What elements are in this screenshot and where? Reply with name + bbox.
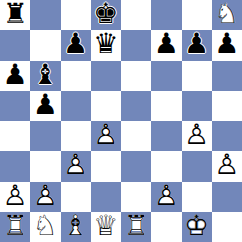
square-e7[interactable] — [121, 30, 151, 60]
square-g7[interactable]: ♟ — [182, 30, 212, 60]
piece-glyph: ♛ — [91, 30, 121, 58]
square-f6[interactable] — [151, 61, 181, 91]
piece-glyph-outline: ♙ — [61, 151, 91, 179]
square-d7[interactable]: ♛ — [91, 30, 121, 60]
square-a5[interactable] — [0, 91, 30, 121]
piece-black-king: ♚ — [91, 0, 121, 30]
square-g6[interactable] — [182, 61, 212, 91]
square-c3[interactable]: ♟♙ — [61, 151, 91, 181]
square-f3[interactable] — [151, 151, 181, 181]
square-g2[interactable] — [182, 182, 212, 212]
piece-glyph: ♜ — [0, 0, 30, 28]
piece-glyph: ♚ — [91, 0, 121, 28]
square-f4[interactable] — [151, 121, 181, 151]
square-a8[interactable]: ♜ — [0, 0, 30, 30]
piece-white-rook: ♜♖ — [0, 212, 30, 242]
piece-black-pawn: ♟ — [61, 30, 91, 60]
piece-glyph-outline: ♘ — [212, 0, 242, 28]
piece-glyph-outline: ♙ — [0, 182, 30, 210]
square-c7[interactable]: ♟ — [61, 30, 91, 60]
square-c4[interactable] — [61, 121, 91, 151]
square-h1[interactable] — [212, 212, 242, 242]
piece-glyph-outline: ♖ — [0, 212, 30, 240]
square-b5[interactable]: ♟ — [30, 91, 60, 121]
piece-glyph: ♟ — [151, 30, 181, 58]
square-a4[interactable] — [0, 121, 30, 151]
piece-glyph-outline: ♙ — [151, 182, 181, 210]
piece-glyph-outline: ♔ — [182, 212, 212, 240]
piece-glyph-outline: ♖ — [121, 212, 151, 240]
piece-white-knight: ♞♘ — [212, 0, 242, 30]
square-h7[interactable]: ♟ — [212, 30, 242, 60]
square-d2[interactable] — [91, 182, 121, 212]
square-f8[interactable] — [151, 0, 181, 30]
square-e1[interactable]: ♜♖ — [121, 212, 151, 242]
square-a1[interactable]: ♜♖ — [0, 212, 30, 242]
piece-black-pawn: ♟ — [182, 30, 212, 60]
square-d3[interactable] — [91, 151, 121, 181]
piece-black-pawn: ♟ — [151, 30, 181, 60]
piece-black-pawn: ♟ — [212, 30, 242, 60]
square-d4[interactable]: ♟♙ — [91, 121, 121, 151]
square-d1[interactable]: ♛♕ — [91, 212, 121, 242]
piece-white-queen: ♛♕ — [91, 212, 121, 242]
piece-glyph: ♟ — [0, 61, 30, 89]
piece-white-rook: ♜♖ — [121, 212, 151, 242]
piece-glyph-outline: ♙ — [212, 151, 242, 179]
square-a2[interactable]: ♟♙ — [0, 182, 30, 212]
square-h3[interactable]: ♟♙ — [212, 151, 242, 181]
square-b4[interactable] — [30, 121, 60, 151]
square-h5[interactable] — [212, 91, 242, 121]
square-g1[interactable]: ♚♔ — [182, 212, 212, 242]
piece-white-pawn: ♟♙ — [212, 151, 242, 181]
square-h6[interactable] — [212, 61, 242, 91]
piece-white-knight: ♞♘ — [30, 212, 60, 242]
square-c1[interactable]: ♝♗ — [61, 212, 91, 242]
piece-black-pawn: ♟ — [30, 91, 60, 121]
square-c5[interactable] — [61, 91, 91, 121]
piece-glyph-outline: ♙ — [30, 182, 60, 210]
square-e4[interactable] — [121, 121, 151, 151]
square-e6[interactable] — [121, 61, 151, 91]
square-f7[interactable]: ♟ — [151, 30, 181, 60]
piece-white-pawn: ♟♙ — [91, 121, 121, 151]
chess-board: ♜♚♞♘♟♛♟♟♟♟♝♟♟♙♟♙♟♙♟♙♟♙♟♙♟♙♜♖♞♘♝♗♛♕♜♖♚♔ — [0, 0, 242, 242]
piece-glyph-outline: ♙ — [91, 121, 121, 149]
square-g4[interactable]: ♟♙ — [182, 121, 212, 151]
square-b2[interactable]: ♟♙ — [30, 182, 60, 212]
square-d5[interactable] — [91, 91, 121, 121]
square-e3[interactable] — [121, 151, 151, 181]
piece-glyph: ♟ — [30, 91, 60, 119]
piece-white-pawn: ♟♙ — [0, 182, 30, 212]
square-b6[interactable]: ♝ — [30, 61, 60, 91]
piece-glyph: ♟ — [182, 30, 212, 58]
square-b3[interactable] — [30, 151, 60, 181]
piece-black-rook: ♜ — [0, 0, 30, 30]
square-d8[interactable]: ♚ — [91, 0, 121, 30]
piece-glyph: ♟ — [61, 30, 91, 58]
piece-glyph-outline: ♙ — [182, 121, 212, 149]
piece-white-pawn: ♟♙ — [151, 182, 181, 212]
square-d6[interactable] — [91, 61, 121, 91]
square-g3[interactable] — [182, 151, 212, 181]
square-e8[interactable] — [121, 0, 151, 30]
piece-white-pawn: ♟♙ — [30, 182, 60, 212]
piece-white-pawn: ♟♙ — [61, 151, 91, 181]
square-f1[interactable] — [151, 212, 181, 242]
square-c2[interactable] — [61, 182, 91, 212]
square-c8[interactable] — [61, 0, 91, 30]
piece-white-king: ♚♔ — [182, 212, 212, 242]
square-h8[interactable]: ♞♘ — [212, 0, 242, 30]
square-e2[interactable] — [121, 182, 151, 212]
square-b1[interactable]: ♞♘ — [30, 212, 60, 242]
square-a6[interactable]: ♟ — [0, 61, 30, 91]
square-a7[interactable] — [0, 30, 30, 60]
piece-glyph: ♟ — [212, 30, 242, 58]
square-b8[interactable] — [30, 0, 60, 30]
square-g8[interactable] — [182, 0, 212, 30]
piece-white-pawn: ♟♙ — [182, 121, 212, 151]
square-c6[interactable] — [61, 61, 91, 91]
piece-glyph-outline: ♗ — [61, 212, 91, 240]
square-f2[interactable]: ♟♙ — [151, 182, 181, 212]
square-a3[interactable] — [0, 151, 30, 181]
piece-white-bishop: ♝♗ — [61, 212, 91, 242]
piece-glyph-outline: ♘ — [30, 212, 60, 240]
piece-black-queen: ♛ — [91, 30, 121, 60]
piece-black-pawn: ♟ — [0, 61, 30, 91]
piece-black-bishop: ♝ — [30, 61, 60, 91]
square-h2[interactable] — [212, 182, 242, 212]
square-b7[interactable] — [30, 30, 60, 60]
square-e5[interactable] — [121, 91, 151, 121]
piece-glyph-outline: ♕ — [91, 212, 121, 240]
square-g5[interactable] — [182, 91, 212, 121]
piece-glyph: ♝ — [30, 61, 60, 89]
square-h4[interactable] — [212, 121, 242, 151]
square-f5[interactable] — [151, 91, 181, 121]
